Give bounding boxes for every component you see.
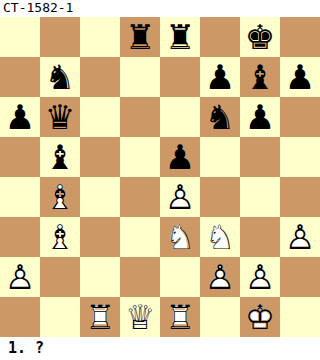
square-c2[interactable]	[80, 257, 120, 297]
square-b8[interactable]	[40, 17, 80, 57]
white-queen-piece: ♛♕	[120, 297, 160, 337]
square-h6[interactable]	[280, 97, 320, 137]
black-knight-piece: ♞	[200, 97, 240, 137]
square-h7[interactable]: ♟	[280, 57, 320, 97]
white-pawn-piece: ♟♙	[200, 257, 240, 297]
move-prompt: 1. ?	[0, 337, 320, 360]
square-g2[interactable]: ♟♙	[240, 257, 280, 297]
square-a8[interactable]	[0, 17, 40, 57]
square-e2[interactable]	[160, 257, 200, 297]
square-d6[interactable]	[120, 97, 160, 137]
black-queen-piece: ♛	[40, 97, 80, 137]
square-f7[interactable]: ♟	[200, 57, 240, 97]
square-f2[interactable]: ♟♙	[200, 257, 240, 297]
piece-outline-glyph: ♙	[240, 257, 280, 297]
piece-outline-glyph: ♙	[280, 217, 320, 257]
white-king-piece: ♚♔	[240, 297, 280, 337]
square-d3[interactable]	[120, 217, 160, 257]
square-h4[interactable]	[280, 177, 320, 217]
square-c4[interactable]	[80, 177, 120, 217]
square-g5[interactable]	[240, 137, 280, 177]
square-c6[interactable]	[80, 97, 120, 137]
square-a5[interactable]	[0, 137, 40, 177]
square-e6[interactable]	[160, 97, 200, 137]
white-knight-piece: ♞♘	[200, 217, 240, 257]
black-bishop-piece: ♝	[40, 137, 80, 177]
square-a7[interactable]	[0, 57, 40, 97]
square-d5[interactable]	[120, 137, 160, 177]
square-e5[interactable]: ♟	[160, 137, 200, 177]
square-g7[interactable]: ♝	[240, 57, 280, 97]
white-pawn-piece: ♟♙	[0, 257, 40, 297]
white-bishop-piece: ♝♗	[40, 177, 80, 217]
piece-outline-glyph: ♙	[160, 177, 200, 217]
square-h8[interactable]	[280, 17, 320, 57]
square-a6[interactable]: ♟	[0, 97, 40, 137]
black-knight-piece: ♞	[40, 57, 80, 97]
piece-outline-glyph: ♖	[160, 297, 200, 337]
square-d2[interactable]	[120, 257, 160, 297]
piece-outline-glyph: ♖	[80, 297, 120, 337]
square-b7[interactable]: ♞	[40, 57, 80, 97]
square-d7[interactable]	[120, 57, 160, 97]
square-f3[interactable]: ♞♘	[200, 217, 240, 257]
square-h2[interactable]	[280, 257, 320, 297]
square-e3[interactable]: ♞♘	[160, 217, 200, 257]
square-a4[interactable]	[0, 177, 40, 217]
square-b1[interactable]	[40, 297, 80, 337]
square-f8[interactable]	[200, 17, 240, 57]
square-b4[interactable]: ♝♗	[40, 177, 80, 217]
square-b6[interactable]: ♛	[40, 97, 80, 137]
square-h1[interactable]	[280, 297, 320, 337]
black-rook-piece: ♜	[160, 17, 200, 57]
piece-outline-glyph: ♘	[160, 217, 200, 257]
white-pawn-piece: ♟♙	[280, 217, 320, 257]
piece-outline-glyph: ♔	[240, 297, 280, 337]
square-f6[interactable]: ♞	[200, 97, 240, 137]
square-h3[interactable]: ♟♙	[280, 217, 320, 257]
black-pawn-piece: ♟	[240, 97, 280, 137]
square-b2[interactable]	[40, 257, 80, 297]
square-g8[interactable]: ♚	[240, 17, 280, 57]
square-b3[interactable]: ♝♗	[40, 217, 80, 257]
square-e1[interactable]: ♜♖	[160, 297, 200, 337]
chess-board: ♜♜♚♞♟♝♟♟♛♞♟♝♟♝♗♟♙♝♗♞♘♞♘♟♙♟♙♟♙♟♙♜♖♛♕♜♖♚♔	[0, 17, 320, 337]
white-knight-piece: ♞♘	[160, 217, 200, 257]
square-g4[interactable]	[240, 177, 280, 217]
square-d8[interactable]: ♜	[120, 17, 160, 57]
white-rook-piece: ♜♖	[80, 297, 120, 337]
square-c1[interactable]: ♜♖	[80, 297, 120, 337]
square-f4[interactable]	[200, 177, 240, 217]
black-rook-piece: ♜	[120, 17, 160, 57]
square-a1[interactable]	[0, 297, 40, 337]
square-e8[interactable]: ♜	[160, 17, 200, 57]
white-pawn-piece: ♟♙	[240, 257, 280, 297]
piece-outline-glyph: ♘	[200, 217, 240, 257]
black-pawn-piece: ♟	[200, 57, 240, 97]
square-c7[interactable]	[80, 57, 120, 97]
black-pawn-piece: ♟	[0, 97, 40, 137]
black-pawn-piece: ♟	[280, 57, 320, 97]
square-h5[interactable]	[280, 137, 320, 177]
piece-outline-glyph: ♙	[200, 257, 240, 297]
square-f5[interactable]	[200, 137, 240, 177]
square-a2[interactable]: ♟♙	[0, 257, 40, 297]
white-pawn-piece: ♟♙	[160, 177, 200, 217]
white-bishop-piece: ♝♗	[40, 217, 80, 257]
piece-outline-glyph: ♙	[0, 257, 40, 297]
black-pawn-piece: ♟	[160, 137, 200, 177]
square-c5[interactable]	[80, 137, 120, 177]
square-e4[interactable]: ♟♙	[160, 177, 200, 217]
piece-outline-glyph: ♕	[120, 297, 160, 337]
piece-outline-glyph: ♗	[40, 177, 80, 217]
square-g3[interactable]	[240, 217, 280, 257]
problem-id-title: CT-1582-1	[0, 0, 320, 17]
black-king-piece: ♚	[240, 17, 280, 57]
square-g1[interactable]: ♚♔	[240, 297, 280, 337]
piece-outline-glyph: ♗	[40, 217, 80, 257]
square-e7[interactable]	[160, 57, 200, 97]
square-b5[interactable]: ♝	[40, 137, 80, 177]
square-d1[interactable]: ♛♕	[120, 297, 160, 337]
white-rook-piece: ♜♖	[160, 297, 200, 337]
square-d4[interactable]	[120, 177, 160, 217]
square-f1[interactable]	[200, 297, 240, 337]
chess-app-window: CT-1582-1 ♜♜♚♞♟♝♟♟♛♞♟♝♟♝♗♟♙♝♗♞♘♞♘♟♙♟♙♟♙♟…	[0, 0, 320, 360]
black-bishop-piece: ♝	[240, 57, 280, 97]
square-c8[interactable]	[80, 17, 120, 57]
square-c3[interactable]	[80, 217, 120, 257]
square-g6[interactable]: ♟	[240, 97, 280, 137]
square-a3[interactable]	[0, 217, 40, 257]
